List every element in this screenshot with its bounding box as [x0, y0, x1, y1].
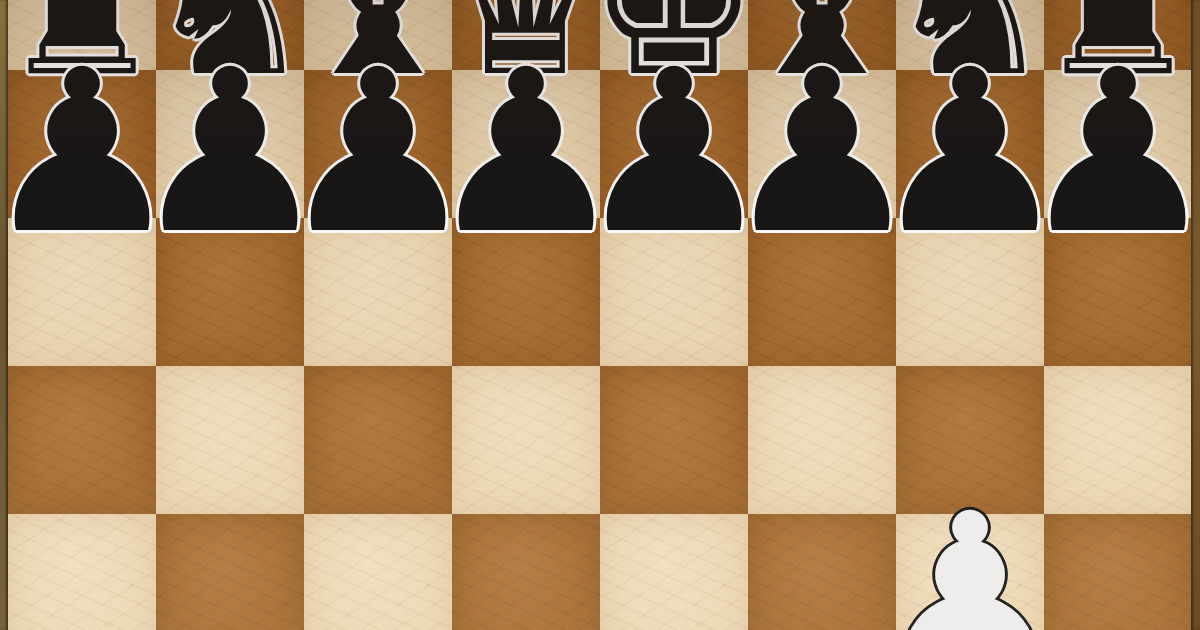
- board-grid: ♜♞♝♛♚♝♞♜♟♟♟♟♟♟♟♟♟: [8, 0, 1192, 630]
- square-b4[interactable]: [156, 514, 304, 630]
- square-a5[interactable]: [8, 366, 156, 514]
- square-c4[interactable]: [304, 514, 452, 630]
- chess-board: ♜♞♝♛♚♝♞♜♟♟♟♟♟♟♟♟♟: [0, 0, 1200, 630]
- square-c5[interactable]: [304, 366, 452, 514]
- board-frame-left: [0, 0, 8, 630]
- square-d4[interactable]: [452, 514, 600, 630]
- square-e5[interactable]: [600, 366, 748, 514]
- square-b5[interactable]: [156, 366, 304, 514]
- square-a4[interactable]: [8, 514, 156, 630]
- square-d5[interactable]: [452, 366, 600, 514]
- piece-white-pawn-g4[interactable]: ♟: [869, 484, 1071, 630]
- square-h7[interactable]: ♟: [1044, 70, 1192, 218]
- square-g4[interactable]: ♟: [896, 514, 1044, 630]
- board-frame-right: [1191, 0, 1200, 630]
- piece-black-pawn-h7[interactable]: ♟: [1017, 40, 1200, 265]
- square-e4[interactable]: [600, 514, 748, 630]
